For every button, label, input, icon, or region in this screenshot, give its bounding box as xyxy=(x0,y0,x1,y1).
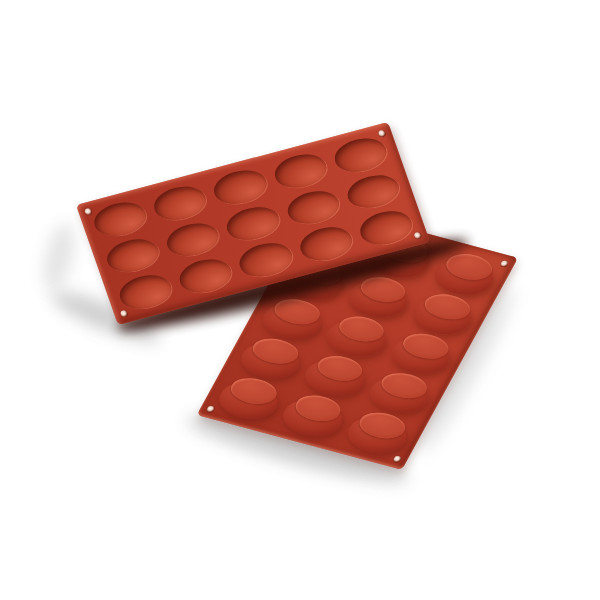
tartlet-cavity xyxy=(175,254,236,297)
corner-hole xyxy=(499,260,509,268)
tartlet-cavity xyxy=(115,270,176,313)
tartlet-cavity xyxy=(355,206,416,249)
tartlet-cavity xyxy=(235,238,296,281)
product-photo-scene xyxy=(0,0,600,600)
table-shadow xyxy=(38,220,80,294)
tartlet-cavity xyxy=(295,222,356,265)
corner-hole xyxy=(206,405,216,413)
corner-hole xyxy=(392,455,402,463)
